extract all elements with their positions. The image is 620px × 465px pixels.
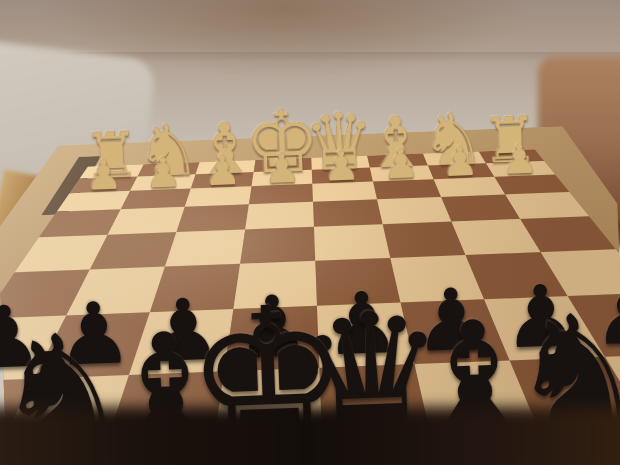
chessboard-group: ♜♞♝♛♚♝♞♜♟♟♟♟♟♟♟♟♟♟♟♟♟♟♟♟♜♞♝♛♚♝♞♜ bbox=[0, 0, 620, 465]
photo-scene: ♜♞♝♛♚♝♞♜♟♟♟♟♟♟♟♟♟♟♟♟♟♟♟♟♜♞♝♛♚♝♞♜ bbox=[0, 0, 620, 465]
pieces-layer: ♜♞♝♛♚♝♞♜♟♟♟♟♟♟♟♟♟♟♟♟♟♟♟♟♜♞♝♛♚♝♞♜ bbox=[0, 0, 620, 465]
piece-white-pawn-c2: ♟ bbox=[382, 143, 420, 185]
piece-white-pawn-h2: ♟ bbox=[85, 155, 123, 197]
piece-white-pawn-a2: ♟ bbox=[501, 139, 539, 181]
piece-white-pawn-b2: ♟ bbox=[441, 141, 479, 183]
piece-white-pawn-d2: ♟ bbox=[322, 145, 360, 187]
piece-white-pawn-e2: ♟ bbox=[263, 148, 301, 190]
piece-white-pawn-g2: ♟ bbox=[144, 152, 182, 194]
foreground-blur-board-edge bbox=[0, 407, 620, 465]
piece-white-pawn-f2: ♟ bbox=[204, 150, 242, 192]
